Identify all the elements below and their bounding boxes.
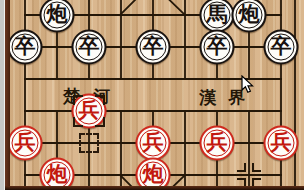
mouse-cursor-icon <box>241 75 254 94</box>
piece-black-soldier[interactable]: 卒 <box>8 30 43 65</box>
piece-black-soldier[interactable]: 卒 <box>136 30 171 65</box>
piece-black-soldier[interactable]: 卒 <box>200 30 235 65</box>
piece-black-soldier[interactable]: 卒 <box>72 30 107 65</box>
piece-red-soldier[interactable]: 兵 <box>200 126 235 161</box>
piece-black-soldier[interactable]: 卒 <box>264 30 299 65</box>
piece-red-soldier[interactable]: 兵 <box>8 126 43 161</box>
board-frame-left <box>5 0 10 190</box>
piece-black-cannon[interactable]: 炮 <box>40 0 75 33</box>
piece-red-soldier[interactable]: 兵 <box>136 126 171 161</box>
piece-red-soldier[interactable]: 兵 <box>72 94 107 129</box>
board-frame-bottom <box>0 186 304 190</box>
piece-black-cannon[interactable]: 炮 <box>232 0 267 33</box>
piece-black-horse[interactable]: 馬 <box>200 0 235 33</box>
piece-grid: 炮馬炮卒卒卒卒卒兵兵兵兵兵炮炮 <box>9 0 297 190</box>
xiangqi-board: 楚河 漢界 炮馬炮卒卒卒卒卒兵兵兵兵兵炮炮 <box>0 0 304 190</box>
window-edge-strip <box>0 0 5 190</box>
piece-red-soldier[interactable]: 兵 <box>264 126 299 161</box>
